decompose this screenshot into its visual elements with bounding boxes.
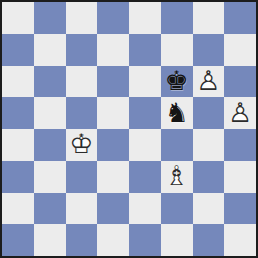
square-f5[interactable]: ♞	[161, 97, 193, 129]
square-d8[interactable]	[97, 2, 129, 34]
square-f7[interactable]	[161, 34, 193, 66]
square-g4[interactable]	[193, 129, 225, 161]
square-a5[interactable]	[2, 97, 34, 129]
square-e2[interactable]	[129, 193, 161, 225]
piece-white-pawn-fill: ♟	[193, 65, 225, 97]
square-a3[interactable]	[2, 161, 34, 193]
piece-white-pawn: ♙	[224, 96, 256, 128]
square-b8[interactable]	[34, 2, 66, 34]
square-h3[interactable]	[224, 161, 256, 193]
square-c8[interactable]	[66, 2, 98, 34]
square-g3[interactable]	[193, 161, 225, 193]
piece-white-bishop-fill: ♝	[161, 160, 193, 192]
square-g2[interactable]	[193, 193, 225, 225]
square-d6[interactable]	[97, 66, 129, 98]
square-c3[interactable]	[66, 161, 98, 193]
piece-white-pawn-fill: ♟	[224, 96, 256, 128]
square-a8[interactable]	[2, 2, 34, 34]
square-h4[interactable]	[224, 129, 256, 161]
square-f4[interactable]	[161, 129, 193, 161]
square-b7[interactable]	[34, 34, 66, 66]
square-c7[interactable]	[66, 34, 98, 66]
square-f1[interactable]	[161, 224, 193, 256]
square-e5[interactable]	[129, 97, 161, 129]
square-b3[interactable]	[34, 161, 66, 193]
square-h7[interactable]	[224, 34, 256, 66]
square-h8[interactable]	[224, 2, 256, 34]
square-f6[interactable]: ♚	[161, 66, 193, 98]
square-b5[interactable]	[34, 97, 66, 129]
square-c1[interactable]	[66, 224, 98, 256]
square-b1[interactable]	[34, 224, 66, 256]
square-a1[interactable]	[2, 224, 34, 256]
square-e4[interactable]	[129, 129, 161, 161]
square-h2[interactable]	[224, 193, 256, 225]
square-b4[interactable]	[34, 129, 66, 161]
square-f8[interactable]	[161, 2, 193, 34]
square-e7[interactable]	[129, 34, 161, 66]
piece-white-king: ♔	[66, 128, 98, 160]
square-e3[interactable]	[129, 161, 161, 193]
square-b6[interactable]	[34, 66, 66, 98]
square-h1[interactable]	[224, 224, 256, 256]
square-g1[interactable]	[193, 224, 225, 256]
square-c6[interactable]	[66, 66, 98, 98]
square-d2[interactable]	[97, 193, 129, 225]
square-c5[interactable]	[66, 97, 98, 129]
chess-board-frame: ♚♟♙♞♟♙♚♔♝♗	[0, 0, 258, 258]
square-f3[interactable]: ♝♗	[161, 161, 193, 193]
square-d7[interactable]	[97, 34, 129, 66]
square-c2[interactable]	[66, 193, 98, 225]
square-e8[interactable]	[129, 2, 161, 34]
square-d3[interactable]	[97, 161, 129, 193]
square-h5[interactable]: ♟♙	[224, 97, 256, 129]
square-a2[interactable]	[2, 193, 34, 225]
piece-white-bishop: ♗	[161, 160, 193, 192]
square-a6[interactable]	[2, 66, 34, 98]
square-a7[interactable]	[2, 34, 34, 66]
piece-white-pawn: ♙	[193, 65, 225, 97]
square-h6[interactable]	[224, 66, 256, 98]
chess-board: ♚♟♙♞♟♙♚♔♝♗	[2, 2, 256, 256]
square-b2[interactable]	[34, 193, 66, 225]
square-e6[interactable]	[129, 66, 161, 98]
piece-black-king: ♚	[161, 65, 193, 97]
square-g5[interactable]	[193, 97, 225, 129]
square-e1[interactable]	[129, 224, 161, 256]
square-f2[interactable]	[161, 193, 193, 225]
piece-white-king-fill: ♚	[66, 128, 98, 160]
square-c4[interactable]: ♚♔	[66, 129, 98, 161]
square-g6[interactable]: ♟♙	[193, 66, 225, 98]
square-g7[interactable]	[193, 34, 225, 66]
square-d4[interactable]	[97, 129, 129, 161]
piece-black-knight: ♞	[161, 96, 193, 128]
square-d5[interactable]	[97, 97, 129, 129]
square-g8[interactable]	[193, 2, 225, 34]
square-a4[interactable]	[2, 129, 34, 161]
square-d1[interactable]	[97, 224, 129, 256]
